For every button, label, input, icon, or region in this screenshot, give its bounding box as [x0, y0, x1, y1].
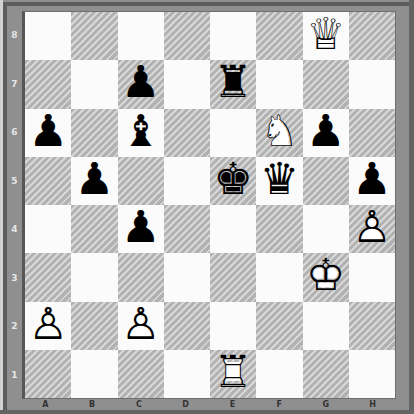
square-d4[interactable] [164, 205, 210, 253]
chess-diagram: 87654321 ♛♕♟♜♟♝♞♘♟♟♚♛♟♟♟♙♚♔♟♙♟♙♜♖ ABCDEF… [0, 0, 414, 414]
square-d6[interactable] [164, 109, 210, 157]
white-piece-outline: ♖ [210, 348, 256, 396]
square-d1[interactable] [164, 350, 210, 398]
square-b3[interactable] [71, 253, 117, 301]
rank-label-6: 6 [7, 108, 22, 157]
square-h6[interactable] [349, 109, 395, 157]
piece-white-rook[interactable]: ♜♖ [210, 350, 256, 398]
rank-label-4: 4 [7, 205, 22, 254]
black-piece-glyph: ♟ [118, 203, 164, 251]
square-h3[interactable] [349, 253, 395, 301]
square-d8[interactable] [164, 12, 210, 60]
piece-black-pawn[interactable]: ♟ [118, 205, 164, 253]
square-e2[interactable] [210, 302, 256, 350]
square-b5[interactable]: ♟ [71, 157, 117, 205]
rank-label-1: 1 [7, 351, 22, 400]
square-e7[interactable]: ♜ [210, 60, 256, 108]
square-e3[interactable] [210, 253, 256, 301]
piece-black-rook[interactable]: ♜ [210, 60, 256, 108]
square-g8[interactable]: ♛♕ [303, 12, 349, 60]
piece-white-king[interactable]: ♚♔ [303, 253, 349, 301]
square-b8[interactable] [71, 12, 117, 60]
square-g4[interactable] [303, 205, 349, 253]
square-f3[interactable] [256, 253, 302, 301]
square-d5[interactable] [164, 157, 210, 205]
square-b4[interactable] [71, 205, 117, 253]
board: ♛♕♟♜♟♝♞♘♟♟♚♛♟♟♟♙♚♔♟♙♟♙♜♖ [22, 11, 396, 399]
piece-black-pawn[interactable]: ♟ [303, 109, 349, 157]
square-f5[interactable]: ♛ [256, 157, 302, 205]
file-coordinates: ABCDEFGH [22, 399, 396, 410]
black-piece-glyph: ♛ [256, 155, 302, 203]
square-f7[interactable] [256, 60, 302, 108]
square-e1[interactable]: ♜♖ [210, 350, 256, 398]
black-piece-glyph: ♟ [71, 155, 117, 203]
file-label-b: B [69, 399, 116, 410]
black-piece-glyph: ♟ [25, 107, 71, 155]
square-a4[interactable] [25, 205, 71, 253]
file-label-h: H [349, 399, 396, 410]
square-b1[interactable] [71, 350, 117, 398]
black-piece-glyph: ♟ [349, 155, 395, 203]
black-piece-glyph: ♜ [210, 58, 256, 106]
piece-black-pawn[interactable]: ♟ [118, 60, 164, 108]
square-h1[interactable] [349, 350, 395, 398]
white-piece-outline: ♘ [256, 107, 302, 155]
piece-black-king[interactable]: ♚ [210, 157, 256, 205]
square-g3[interactable]: ♚♔ [303, 253, 349, 301]
square-c8[interactable] [118, 12, 164, 60]
square-e8[interactable] [210, 12, 256, 60]
black-piece-glyph: ♚ [210, 155, 256, 203]
piece-white-knight[interactable]: ♞♘ [256, 109, 302, 157]
square-c5[interactable] [118, 157, 164, 205]
piece-black-pawn[interactable]: ♟ [71, 157, 117, 205]
square-d3[interactable] [164, 253, 210, 301]
square-f4[interactable] [256, 205, 302, 253]
file-label-g: G [303, 399, 350, 410]
rank-label-3: 3 [7, 254, 22, 303]
square-g1[interactable] [303, 350, 349, 398]
square-d7[interactable] [164, 60, 210, 108]
black-piece-glyph: ♝ [118, 107, 164, 155]
square-f6[interactable]: ♞♘ [256, 109, 302, 157]
square-c6[interactable]: ♝ [118, 109, 164, 157]
square-e6[interactable] [210, 109, 256, 157]
square-c2[interactable]: ♟♙ [118, 302, 164, 350]
square-c7[interactable]: ♟ [118, 60, 164, 108]
square-f2[interactable] [256, 302, 302, 350]
square-c4[interactable]: ♟ [118, 205, 164, 253]
file-label-a: A [22, 399, 69, 410]
square-g6[interactable]: ♟ [303, 109, 349, 157]
square-g7[interactable] [303, 60, 349, 108]
white-piece-outline: ♔ [303, 251, 349, 299]
white-piece-outline: ♙ [349, 203, 395, 251]
piece-white-queen[interactable]: ♛♕ [303, 12, 349, 60]
square-h4[interactable]: ♟♙ [349, 205, 395, 253]
white-piece-outline: ♕ [303, 10, 349, 58]
white-piece-outline: ♙ [25, 300, 71, 348]
square-a8[interactable] [25, 12, 71, 60]
square-a7[interactable] [25, 60, 71, 108]
square-e5[interactable]: ♚ [210, 157, 256, 205]
square-b7[interactable] [71, 60, 117, 108]
piece-white-pawn[interactable]: ♟♙ [349, 205, 395, 253]
square-b6[interactable] [71, 109, 117, 157]
square-d2[interactable] [164, 302, 210, 350]
file-label-e: E [209, 399, 256, 410]
frame-edge-bottom [0, 410, 414, 414]
square-a1[interactable] [25, 350, 71, 398]
black-piece-glyph: ♟ [118, 58, 164, 106]
piece-black-bishop[interactable]: ♝ [118, 109, 164, 157]
rank-label-7: 7 [7, 60, 22, 109]
piece-white-pawn[interactable]: ♟♙ [25, 302, 71, 350]
square-f8[interactable] [256, 12, 302, 60]
square-c1[interactable] [118, 350, 164, 398]
piece-black-pawn[interactable]: ♟ [349, 157, 395, 205]
black-piece-glyph: ♟ [303, 107, 349, 155]
rank-label-8: 8 [7, 11, 22, 60]
piece-black-pawn[interactable]: ♟ [25, 109, 71, 157]
square-h8[interactable] [349, 12, 395, 60]
file-label-d: D [162, 399, 209, 410]
square-c3[interactable] [118, 253, 164, 301]
white-piece-outline: ♙ [118, 300, 164, 348]
square-a2[interactable]: ♟♙ [25, 302, 71, 350]
piece-white-pawn[interactable]: ♟♙ [118, 302, 164, 350]
rank-label-2: 2 [7, 302, 22, 351]
square-a3[interactable] [25, 253, 71, 301]
file-label-f: F [256, 399, 303, 410]
square-e4[interactable] [210, 205, 256, 253]
square-b2[interactable] [71, 302, 117, 350]
square-h7[interactable] [349, 60, 395, 108]
square-a6[interactable]: ♟ [25, 109, 71, 157]
square-g2[interactable] [303, 302, 349, 350]
square-h2[interactable] [349, 302, 395, 350]
frame-groove-top [3, 2, 409, 6]
square-h5[interactable]: ♟ [349, 157, 395, 205]
square-a5[interactable] [25, 157, 71, 205]
rank-coordinates: 87654321 [7, 11, 22, 399]
piece-black-queen[interactable]: ♛ [256, 157, 302, 205]
frame-edge-right [409, 0, 414, 414]
square-g5[interactable] [303, 157, 349, 205]
square-f1[interactable] [256, 350, 302, 398]
rank-label-5: 5 [7, 157, 22, 206]
file-label-c: C [116, 399, 163, 410]
